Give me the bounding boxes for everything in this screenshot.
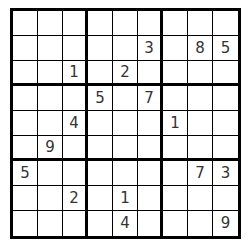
cell-r5c3[interactable]: 4 (63, 111, 88, 136)
cell-r3c3[interactable]: 1 (63, 61, 88, 86)
cell-r5c1[interactable] (13, 111, 38, 136)
cell-r2c2[interactable] (38, 36, 63, 61)
cell-r9c7[interactable] (163, 211, 188, 236)
cell-r7c3[interactable] (63, 161, 88, 186)
cell-r6c4[interactable] (88, 136, 113, 161)
cell-r9c5[interactable]: 4 (113, 211, 138, 236)
cell-r2c4[interactable] (88, 36, 113, 61)
cell-r4c4[interactable]: 5 (88, 86, 113, 111)
cell-r1c6[interactable] (138, 11, 163, 36)
cell-r5c5[interactable] (113, 111, 138, 136)
cell-r9c3[interactable] (63, 211, 88, 236)
cell-r3c1[interactable] (13, 61, 38, 86)
cell-r3c9[interactable] (213, 61, 238, 86)
cell-r8c6[interactable] (138, 186, 163, 211)
cell-r2c3[interactable] (63, 36, 88, 61)
cell-r8c3[interactable]: 2 (63, 186, 88, 211)
cell-r1c7[interactable] (163, 11, 188, 36)
cell-r2c5[interactable] (113, 36, 138, 61)
cell-r7c8[interactable]: 7 (188, 161, 213, 186)
cell-r7c2[interactable] (38, 161, 63, 186)
cell-r8c7[interactable] (163, 186, 188, 211)
cell-r5c9[interactable] (213, 111, 238, 136)
cell-r3c5[interactable]: 2 (113, 61, 138, 86)
cell-r2c9[interactable]: 5 (213, 36, 238, 61)
cell-r5c6[interactable] (138, 111, 163, 136)
cell-r2c1[interactable] (13, 36, 38, 61)
cell-r4c7[interactable] (163, 86, 188, 111)
cell-r8c1[interactable] (13, 186, 38, 211)
sudoku-page: 38512574195732149 (0, 0, 250, 246)
cell-r6c7[interactable] (163, 136, 188, 161)
cell-r3c2[interactable] (38, 61, 63, 86)
cell-r5c8[interactable] (188, 111, 213, 136)
cell-r1c8[interactable] (188, 11, 213, 36)
cell-r7c5[interactable] (113, 161, 138, 186)
cell-r1c2[interactable] (38, 11, 63, 36)
cell-r1c3[interactable] (63, 11, 88, 36)
cell-r5c4[interactable] (88, 111, 113, 136)
cell-r3c8[interactable] (188, 61, 213, 86)
cell-r8c5[interactable]: 1 (113, 186, 138, 211)
cell-r9c4[interactable] (88, 211, 113, 236)
cell-r4c2[interactable] (38, 86, 63, 111)
cell-r4c5[interactable] (113, 86, 138, 111)
cell-r1c5[interactable] (113, 11, 138, 36)
cell-r5c2[interactable] (38, 111, 63, 136)
cell-r7c1[interactable]: 5 (13, 161, 38, 186)
cell-r5c7[interactable]: 1 (163, 111, 188, 136)
cell-r8c8[interactable] (188, 186, 213, 211)
cell-r8c9[interactable] (213, 186, 238, 211)
cell-r6c8[interactable] (188, 136, 213, 161)
cell-r9c2[interactable] (38, 211, 63, 236)
cell-r4c6[interactable]: 7 (138, 86, 163, 111)
cell-r3c4[interactable] (88, 61, 113, 86)
cell-r7c4[interactable] (88, 161, 113, 186)
cell-r1c4[interactable] (88, 11, 113, 36)
sudoku-board: 38512574195732149 (10, 8, 241, 239)
cell-r6c9[interactable] (213, 136, 238, 161)
cell-r7c7[interactable] (163, 161, 188, 186)
cell-r1c9[interactable] (213, 11, 238, 36)
cell-r9c6[interactable] (138, 211, 163, 236)
cell-r7c9[interactable]: 3 (213, 161, 238, 186)
cell-r9c9[interactable]: 9 (213, 211, 238, 236)
cell-r6c6[interactable] (138, 136, 163, 161)
cell-r3c6[interactable] (138, 61, 163, 86)
cell-r2c7[interactable] (163, 36, 188, 61)
cell-r8c4[interactable] (88, 186, 113, 211)
cell-r4c3[interactable] (63, 86, 88, 111)
cell-r7c6[interactable] (138, 161, 163, 186)
cell-r6c3[interactable] (63, 136, 88, 161)
cell-r4c8[interactable] (188, 86, 213, 111)
cell-r2c8[interactable]: 8 (188, 36, 213, 61)
cell-r3c7[interactable] (163, 61, 188, 86)
cell-r6c1[interactable] (13, 136, 38, 161)
cell-r2c6[interactable]: 3 (138, 36, 163, 61)
cell-r8c2[interactable] (38, 186, 63, 211)
cell-r4c9[interactable] (213, 86, 238, 111)
cell-r6c5[interactable] (113, 136, 138, 161)
cell-r6c2[interactable]: 9 (38, 136, 63, 161)
cell-r4c1[interactable] (13, 86, 38, 111)
cell-r9c8[interactable] (188, 211, 213, 236)
cell-r9c1[interactable] (13, 211, 38, 236)
cell-r1c1[interactable] (13, 11, 38, 36)
